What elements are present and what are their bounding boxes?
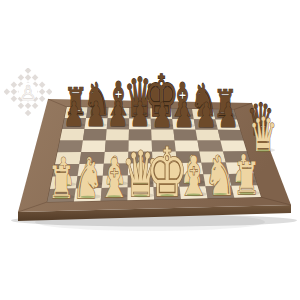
piece-black-pawn-d7: ♟ (130, 95, 151, 135)
piece-white-knight-g1-felt (213, 193, 227, 195)
piece-black-pawn-h7: ♟ (218, 95, 239, 135)
piece-white-rook-h1-felt (240, 192, 254, 194)
chess-board: ♜♞♝♛♚♝♞♜♟♟♟♟♟♟♟♟♛♛♟♟♟♟♟♟♟♟♜♞♝♛♚♝♞♜ (0, 0, 300, 300)
extra-white-queen-felt (257, 149, 269, 151)
product-photo: ♙ ♜♞♝♛♚♝♞♜♟♟♟♟♟♟♟♟♛♛♟♟♟♟♟♟♟♟♜♞♝♛♚♝♞♜ (0, 0, 300, 300)
piece-black-pawn-f7: ♟ (174, 95, 195, 135)
board-photo-canvas: ♜♞♝♛♚♝♞♜♟♟♟♟♟♟♟♟♛♛♟♟♟♟♟♟♟♟♜♞♝♛♚♝♞♜ (0, 0, 300, 300)
piece-white-king-e1-felt (160, 194, 174, 196)
piece-white-rook-a1-felt (54, 196, 68, 198)
piece-white-knight-b1-felt (81, 196, 95, 198)
piece-black-pawn-e7: ♟ (152, 95, 173, 135)
piece-white-knight-g1: ♞ (204, 145, 236, 207)
piece-black-pawn-g7: ♟ (196, 95, 217, 135)
piece-white-rook-a1: ♜ (48, 157, 75, 208)
piece-white-queen-d1-felt (134, 195, 148, 197)
piece-black-pawn-b7: ♟ (86, 95, 107, 135)
piece-black-pawn-a7: ♟ (63, 94, 84, 134)
piece-black-pawn-c7: ♟ (108, 95, 129, 135)
piece-white-rook-h1: ♜ (233, 153, 260, 204)
piece-white-bishop-c1-felt (107, 195, 121, 197)
piece-white-bishop-f1-felt (187, 194, 201, 196)
